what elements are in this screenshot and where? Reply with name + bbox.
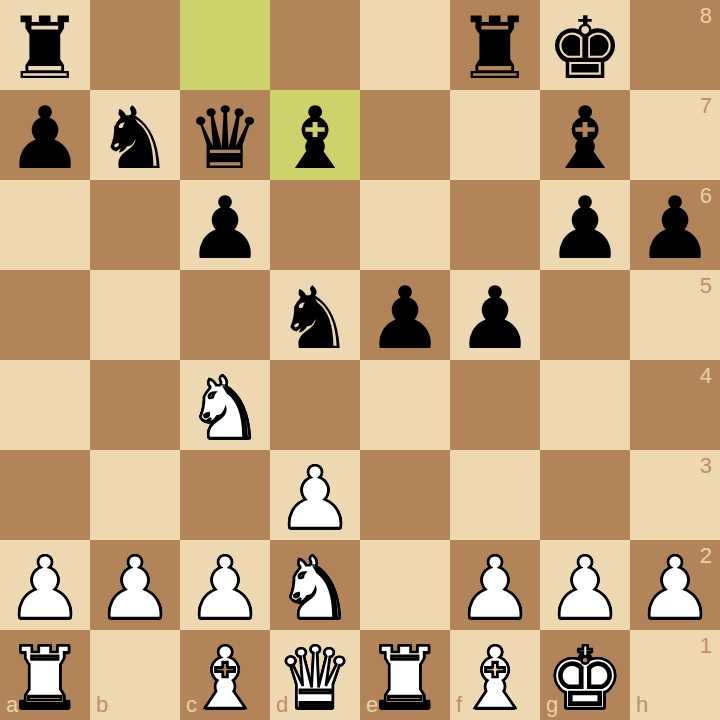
square-h6[interactable]: ♟︎6 <box>630 180 720 270</box>
piece-white-pawn[interactable]: ♟︎ <box>6 545 83 631</box>
coord-rank-4: 4 <box>700 365 712 387</box>
square-d3[interactable]: ♟︎ <box>270 450 360 540</box>
piece-black-knight[interactable]: ♞︎ <box>276 275 353 361</box>
square-b2[interactable]: ♟︎ <box>90 540 180 630</box>
square-h4[interactable]: 4 <box>630 360 720 450</box>
square-f2[interactable]: ♟︎ <box>450 540 540 630</box>
square-d2[interactable]: ♞︎ <box>270 540 360 630</box>
piece-white-pawn[interactable]: ♟︎ <box>96 545 173 631</box>
square-a6[interactable] <box>0 180 90 270</box>
square-c4[interactable]: ♞︎ <box>180 360 270 450</box>
coord-rank-3: 3 <box>700 455 712 477</box>
square-g1[interactable]: ♚︎g <box>540 630 630 720</box>
piece-white-pawn[interactable]: ♟︎ <box>276 455 353 541</box>
square-a3[interactable] <box>0 450 90 540</box>
square-b7[interactable]: ♞︎ <box>90 90 180 180</box>
square-d7[interactable]: ♝︎ <box>270 90 360 180</box>
square-d6[interactable] <box>270 180 360 270</box>
piece-black-pawn[interactable]: ♟︎ <box>6 95 83 181</box>
piece-white-bishop[interactable]: ♝︎ <box>186 635 263 720</box>
square-e5[interactable]: ♟︎ <box>360 270 450 360</box>
square-c8[interactable] <box>180 0 270 90</box>
piece-black-pawn[interactable]: ♟︎ <box>366 275 443 361</box>
square-g2[interactable]: ♟︎ <box>540 540 630 630</box>
square-f6[interactable] <box>450 180 540 270</box>
square-a5[interactable] <box>0 270 90 360</box>
piece-black-queen[interactable]: ♛︎ <box>186 95 263 181</box>
square-e8[interactable] <box>360 0 450 90</box>
piece-white-queen[interactable]: ♛︎ <box>276 635 353 720</box>
piece-white-knight[interactable]: ♞︎ <box>186 365 263 451</box>
coord-file-b: b <box>96 694 108 716</box>
square-f1[interactable]: ♝︎f <box>450 630 540 720</box>
piece-black-king[interactable]: ♚︎ <box>546 5 623 91</box>
square-d8[interactable] <box>270 0 360 90</box>
piece-white-king[interactable]: ♚︎ <box>546 635 623 720</box>
square-a7[interactable]: ♟︎ <box>0 90 90 180</box>
square-d4[interactable] <box>270 360 360 450</box>
piece-white-pawn[interactable]: ♟︎ <box>636 545 713 631</box>
square-b4[interactable] <box>90 360 180 450</box>
square-a2[interactable]: ♟︎ <box>0 540 90 630</box>
square-c6[interactable]: ♟︎ <box>180 180 270 270</box>
square-g3[interactable] <box>540 450 630 540</box>
piece-black-bishop[interactable]: ♝︎ <box>276 95 353 181</box>
coord-rank-5: 5 <box>700 275 712 297</box>
square-f5[interactable]: ♟︎ <box>450 270 540 360</box>
coord-file-h: h <box>636 694 648 716</box>
square-a1[interactable]: ♜︎a <box>0 630 90 720</box>
square-c5[interactable] <box>180 270 270 360</box>
square-c7[interactable]: ♛︎ <box>180 90 270 180</box>
piece-black-pawn[interactable]: ♟︎ <box>636 185 713 271</box>
square-e6[interactable] <box>360 180 450 270</box>
square-c1[interactable]: ♝︎c <box>180 630 270 720</box>
square-f8[interactable]: ♜︎ <box>450 0 540 90</box>
square-b5[interactable] <box>90 270 180 360</box>
square-b3[interactable] <box>90 450 180 540</box>
square-e2[interactable] <box>360 540 450 630</box>
square-h8[interactable]: 8 <box>630 0 720 90</box>
piece-white-bishop[interactable]: ♝︎ <box>456 635 533 720</box>
piece-white-rook[interactable]: ♜︎ <box>6 635 83 720</box>
piece-black-pawn[interactable]: ♟︎ <box>546 185 623 271</box>
square-g5[interactable] <box>540 270 630 360</box>
piece-white-pawn[interactable]: ♟︎ <box>456 545 533 631</box>
square-g8[interactable]: ♚︎ <box>540 0 630 90</box>
square-a4[interactable] <box>0 360 90 450</box>
piece-black-rook[interactable]: ♜︎ <box>456 5 533 91</box>
square-d5[interactable]: ♞︎ <box>270 270 360 360</box>
piece-black-pawn[interactable]: ♟︎ <box>456 275 533 361</box>
piece-black-rook[interactable]: ♜︎ <box>6 5 83 91</box>
square-e4[interactable] <box>360 360 450 450</box>
square-e3[interactable] <box>360 450 450 540</box>
piece-white-pawn[interactable]: ♟︎ <box>546 545 623 631</box>
square-g6[interactable]: ♟︎ <box>540 180 630 270</box>
square-h7[interactable]: 7 <box>630 90 720 180</box>
square-b6[interactable] <box>90 180 180 270</box>
square-c2[interactable]: ♟︎ <box>180 540 270 630</box>
piece-black-bishop[interactable]: ♝︎ <box>546 95 623 181</box>
square-e7[interactable] <box>360 90 450 180</box>
piece-white-rook[interactable]: ♜︎ <box>366 635 443 720</box>
piece-white-pawn[interactable]: ♟︎ <box>186 545 263 631</box>
square-f3[interactable] <box>450 450 540 540</box>
square-a8[interactable]: ♜︎ <box>0 0 90 90</box>
coord-rank-1: 1 <box>700 635 712 657</box>
square-f7[interactable] <box>450 90 540 180</box>
coord-rank-8: 8 <box>700 5 712 27</box>
square-h1[interactable]: h1 <box>630 630 720 720</box>
square-g7[interactable]: ♝︎ <box>540 90 630 180</box>
square-b1[interactable]: b <box>90 630 180 720</box>
square-c3[interactable] <box>180 450 270 540</box>
square-h3[interactable]: 3 <box>630 450 720 540</box>
piece-white-knight[interactable]: ♞︎ <box>276 545 353 631</box>
square-b8[interactable] <box>90 0 180 90</box>
square-e1[interactable]: ♜︎e <box>360 630 450 720</box>
square-h5[interactable]: 5 <box>630 270 720 360</box>
coord-rank-7: 7 <box>700 95 712 117</box>
piece-black-pawn[interactable]: ♟︎ <box>186 185 263 271</box>
chess-board: ♜︎♜︎♚︎8♟︎♞︎♛︎♝︎♝︎7♟︎♟︎♟︎6♞︎♟︎♟︎5♞︎4♟︎3♟︎… <box>0 0 720 720</box>
square-f4[interactable] <box>450 360 540 450</box>
square-g4[interactable] <box>540 360 630 450</box>
square-h2[interactable]: ♟︎2 <box>630 540 720 630</box>
piece-black-knight[interactable]: ♞︎ <box>96 95 173 181</box>
square-d1[interactable]: ♛︎d <box>270 630 360 720</box>
